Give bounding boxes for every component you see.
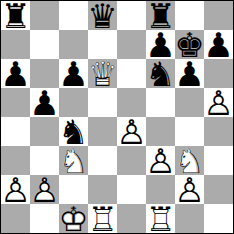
piece-black-knight: ♞ — [146, 59, 175, 88]
piece-black-pawn: ♟ — [204, 30, 233, 59]
square-d5[interactable] — [88, 88, 117, 117]
piece-white-pawn-fill: ♟ — [204, 88, 233, 117]
square-c4[interactable]: ♞ — [59, 117, 88, 146]
square-g2[interactable]: ♟♙ — [175, 175, 204, 204]
piece-white-pawn-fill: ♟ — [146, 146, 175, 175]
square-g1[interactable] — [175, 204, 204, 233]
square-e6[interactable] — [117, 59, 146, 88]
piece-white-pawn-fill: ♟ — [117, 117, 146, 146]
square-b1[interactable] — [30, 204, 59, 233]
square-a2[interactable]: ♟♙ — [1, 175, 30, 204]
piece-white-pawn: ♙ — [30, 175, 59, 204]
piece-white-rook: ♖ — [88, 204, 117, 233]
piece-white-king-fill: ♚ — [59, 204, 88, 233]
square-f5[interactable] — [146, 88, 175, 117]
square-b4[interactable] — [30, 117, 59, 146]
square-a7[interactable] — [1, 30, 30, 59]
square-b5[interactable]: ♟ — [30, 88, 59, 117]
square-f6[interactable]: ♞ — [146, 59, 175, 88]
square-a4[interactable] — [1, 117, 30, 146]
square-e4[interactable]: ♟♙ — [117, 117, 146, 146]
piece-black-knight: ♞ — [59, 117, 88, 146]
square-a8[interactable]: ♜ — [1, 1, 30, 30]
piece-black-king: ♚ — [175, 30, 204, 59]
piece-white-pawn: ♙ — [146, 146, 175, 175]
piece-black-queen: ♛ — [88, 1, 117, 30]
square-h7[interactable]: ♟ — [204, 30, 233, 59]
piece-white-pawn: ♙ — [204, 88, 233, 117]
square-b7[interactable] — [30, 30, 59, 59]
square-g6[interactable]: ♟ — [175, 59, 204, 88]
piece-white-pawn: ♙ — [117, 117, 146, 146]
piece-black-pawn: ♟ — [146, 30, 175, 59]
piece-white-knight-fill: ♞ — [175, 146, 204, 175]
piece-white-king: ♔ — [59, 204, 88, 233]
square-c7[interactable] — [59, 30, 88, 59]
square-g5[interactable] — [175, 88, 204, 117]
square-h6[interactable] — [204, 59, 233, 88]
square-h1[interactable] — [204, 204, 233, 233]
piece-white-knight: ♘ — [59, 146, 88, 175]
piece-black-pawn: ♟ — [175, 59, 204, 88]
square-c2[interactable] — [59, 175, 88, 204]
square-e5[interactable] — [117, 88, 146, 117]
square-b3[interactable] — [30, 146, 59, 175]
square-h2[interactable] — [204, 175, 233, 204]
piece-white-pawn: ♙ — [1, 175, 30, 204]
square-a1[interactable] — [1, 204, 30, 233]
square-d7[interactable] — [88, 30, 117, 59]
piece-white-pawn: ♙ — [175, 175, 204, 204]
piece-white-knight: ♘ — [175, 146, 204, 175]
piece-white-rook-fill: ♜ — [88, 204, 117, 233]
square-d6[interactable]: ♛♕ — [88, 59, 117, 88]
square-g3[interactable]: ♞♘ — [175, 146, 204, 175]
square-a6[interactable]: ♟ — [1, 59, 30, 88]
piece-white-rook: ♖ — [146, 204, 175, 233]
piece-white-queen: ♕ — [88, 59, 117, 88]
square-d3[interactable] — [88, 146, 117, 175]
square-a5[interactable] — [1, 88, 30, 117]
square-e2[interactable] — [117, 175, 146, 204]
square-f2[interactable] — [146, 175, 175, 204]
square-e7[interactable] — [117, 30, 146, 59]
piece-black-pawn: ♟ — [30, 88, 59, 117]
square-c1[interactable]: ♚♔ — [59, 204, 88, 233]
square-f7[interactable]: ♟ — [146, 30, 175, 59]
square-h8[interactable] — [204, 1, 233, 30]
square-f8[interactable]: ♜ — [146, 1, 175, 30]
square-b8[interactable] — [30, 1, 59, 30]
piece-black-pawn: ♟ — [1, 59, 30, 88]
square-d8[interactable]: ♛ — [88, 1, 117, 30]
square-g8[interactable] — [175, 1, 204, 30]
piece-white-pawn-fill: ♟ — [30, 175, 59, 204]
square-d4[interactable] — [88, 117, 117, 146]
square-d1[interactable]: ♜♖ — [88, 204, 117, 233]
square-f3[interactable]: ♟♙ — [146, 146, 175, 175]
piece-white-pawn-fill: ♟ — [1, 175, 30, 204]
piece-white-pawn-fill: ♟ — [175, 175, 204, 204]
square-g4[interactable] — [175, 117, 204, 146]
piece-black-pawn: ♟ — [59, 59, 88, 88]
square-c3[interactable]: ♞♘ — [59, 146, 88, 175]
square-h5[interactable]: ♟♙ — [204, 88, 233, 117]
square-h4[interactable] — [204, 117, 233, 146]
square-f1[interactable]: ♜♖ — [146, 204, 175, 233]
square-g7[interactable]: ♚ — [175, 30, 204, 59]
piece-black-rook: ♜ — [1, 1, 30, 30]
square-b6[interactable] — [30, 59, 59, 88]
piece-white-knight-fill: ♞ — [59, 146, 88, 175]
square-f4[interactable] — [146, 117, 175, 146]
piece-white-rook-fill: ♜ — [146, 204, 175, 233]
square-e8[interactable] — [117, 1, 146, 30]
square-e1[interactable] — [117, 204, 146, 233]
square-h3[interactable] — [204, 146, 233, 175]
piece-black-rook: ♜ — [146, 1, 175, 30]
chess-board: ♜♛♜♟♚♟♟♟♛♕♞♟♟♟♙♞♟♙♞♘♟♙♞♘♟♙♟♙♟♙♚♔♜♖♜♖ — [0, 0, 234, 234]
square-c8[interactable] — [59, 1, 88, 30]
square-d2[interactable] — [88, 175, 117, 204]
square-e3[interactable] — [117, 146, 146, 175]
square-c6[interactable]: ♟ — [59, 59, 88, 88]
square-a3[interactable] — [1, 146, 30, 175]
chess-board-grid: ♜♛♜♟♚♟♟♟♛♕♞♟♟♟♙♞♟♙♞♘♟♙♞♘♟♙♟♙♟♙♚♔♜♖♜♖ — [1, 1, 233, 233]
piece-white-queen-fill: ♛ — [88, 59, 117, 88]
square-c5[interactable] — [59, 88, 88, 117]
square-b2[interactable]: ♟♙ — [30, 175, 59, 204]
